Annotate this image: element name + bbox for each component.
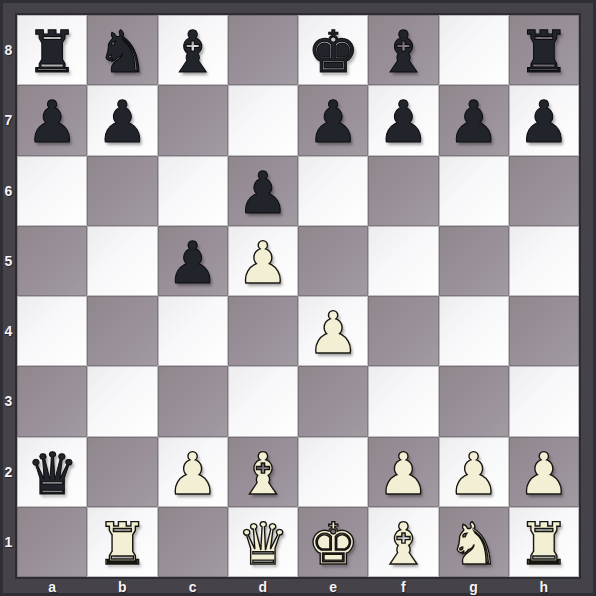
square-d3[interactable] (228, 366, 298, 436)
piece-black-queen[interactable]: ♛ (26, 445, 78, 503)
square-e6[interactable] (298, 156, 368, 226)
piece-white-pawn[interactable]: ♟ (167, 445, 219, 503)
square-e1[interactable]: ♚ (298, 507, 368, 577)
square-c1[interactable] (158, 507, 228, 577)
square-f7[interactable]: ♟ (368, 85, 438, 155)
square-b4[interactable] (87, 296, 157, 366)
square-b5[interactable] (87, 226, 157, 296)
square-e2[interactable] (298, 437, 368, 507)
piece-black-rook[interactable]: ♜ (518, 23, 570, 81)
square-b8[interactable]: ♞ (87, 15, 157, 85)
rank-label-3: 3 (0, 366, 17, 436)
square-d8[interactable] (228, 15, 298, 85)
piece-black-knight[interactable]: ♞ (96, 23, 148, 81)
piece-black-bishop[interactable]: ♝ (377, 23, 429, 81)
square-d5[interactable]: ♟ (228, 226, 298, 296)
square-h4[interactable] (509, 296, 579, 366)
piece-white-queen[interactable]: ♛ (237, 515, 289, 573)
square-g4[interactable] (439, 296, 509, 366)
square-a7[interactable]: ♟ (17, 85, 87, 155)
piece-black-pawn[interactable]: ♟ (448, 93, 500, 151)
square-d4[interactable] (228, 296, 298, 366)
square-g3[interactable] (439, 366, 509, 436)
rank-labels: 87654321 (0, 15, 17, 577)
square-c4[interactable] (158, 296, 228, 366)
square-b3[interactable] (87, 366, 157, 436)
square-h2[interactable]: ♟ (509, 437, 579, 507)
square-a6[interactable] (17, 156, 87, 226)
square-c5[interactable]: ♟ (158, 226, 228, 296)
square-h1[interactable]: ♜ (509, 507, 579, 577)
square-a1[interactable] (17, 507, 87, 577)
square-h6[interactable] (509, 156, 579, 226)
square-f1[interactable]: ♝ (368, 507, 438, 577)
piece-white-pawn[interactable]: ♟ (377, 445, 429, 503)
square-a8[interactable]: ♜ (17, 15, 87, 85)
piece-black-pawn[interactable]: ♟ (96, 93, 148, 151)
piece-black-bishop[interactable]: ♝ (167, 23, 219, 81)
piece-white-pawn[interactable]: ♟ (518, 445, 570, 503)
rank-label-5: 5 (0, 226, 17, 296)
square-g5[interactable] (439, 226, 509, 296)
square-c6[interactable] (158, 156, 228, 226)
square-g7[interactable]: ♟ (439, 85, 509, 155)
square-b1[interactable]: ♜ (87, 507, 157, 577)
file-labels: abcdefgh (17, 577, 579, 596)
square-h5[interactable] (509, 226, 579, 296)
rank-label-8: 8 (0, 15, 17, 85)
file-label-b: b (87, 577, 157, 596)
piece-white-knight[interactable]: ♞ (448, 515, 500, 573)
piece-white-pawn[interactable]: ♟ (448, 445, 500, 503)
square-g8[interactable] (439, 15, 509, 85)
square-h7[interactable]: ♟ (509, 85, 579, 155)
square-d6[interactable]: ♟ (228, 156, 298, 226)
piece-white-pawn[interactable]: ♟ (307, 304, 359, 362)
chess-board: ♜♞♝♚♝♜♟♟♟♟♟♟♟♟♟♟♛♟♝♟♟♟♜♛♚♝♞♜ (17, 15, 579, 577)
piece-white-pawn[interactable]: ♟ (237, 234, 289, 292)
square-f2[interactable]: ♟ (368, 437, 438, 507)
square-h8[interactable]: ♜ (509, 15, 579, 85)
piece-black-pawn[interactable]: ♟ (167, 234, 219, 292)
piece-black-pawn[interactable]: ♟ (377, 93, 429, 151)
square-a5[interactable] (17, 226, 87, 296)
file-label-h: h (509, 577, 579, 596)
square-f6[interactable] (368, 156, 438, 226)
rank-label-2: 2 (0, 437, 17, 507)
piece-black-pawn[interactable]: ♟ (307, 93, 359, 151)
square-c3[interactable] (158, 366, 228, 436)
piece-black-pawn[interactable]: ♟ (26, 93, 78, 151)
square-c8[interactable]: ♝ (158, 15, 228, 85)
square-f5[interactable] (368, 226, 438, 296)
piece-black-rook[interactable]: ♜ (26, 23, 78, 81)
rank-label-7: 7 (0, 85, 17, 155)
piece-white-bishop[interactable]: ♝ (377, 515, 429, 573)
square-f8[interactable]: ♝ (368, 15, 438, 85)
rank-label-1: 1 (0, 507, 17, 577)
square-h3[interactable] (509, 366, 579, 436)
piece-black-king[interactable]: ♚ (307, 23, 359, 81)
piece-white-king[interactable]: ♚ (307, 515, 359, 573)
square-d2[interactable]: ♝ (228, 437, 298, 507)
file-label-g: g (439, 577, 509, 596)
square-g1[interactable]: ♞ (439, 507, 509, 577)
file-label-d: d (228, 577, 298, 596)
square-b2[interactable] (87, 437, 157, 507)
piece-black-pawn[interactable]: ♟ (518, 93, 570, 151)
square-e3[interactable] (298, 366, 368, 436)
square-e5[interactable] (298, 226, 368, 296)
board-frame: 87654321 ♜♞♝♚♝♜♟♟♟♟♟♟♟♟♟♟♛♟♝♟♟♟♜♛♚♝♞♜ ab… (0, 0, 596, 596)
square-f4[interactable] (368, 296, 438, 366)
file-label-f: f (368, 577, 438, 596)
square-b7[interactable]: ♟ (87, 85, 157, 155)
square-g2[interactable]: ♟ (439, 437, 509, 507)
square-g6[interactable] (439, 156, 509, 226)
square-e8[interactable]: ♚ (298, 15, 368, 85)
square-a2[interactable]: ♛ (17, 437, 87, 507)
rank-label-6: 6 (0, 156, 17, 226)
file-label-c: c (158, 577, 228, 596)
square-a3[interactable] (17, 366, 87, 436)
piece-white-bishop[interactable]: ♝ (237, 445, 289, 503)
piece-black-pawn[interactable]: ♟ (237, 164, 289, 222)
piece-white-rook[interactable]: ♜ (96, 515, 148, 573)
square-c2[interactable]: ♟ (158, 437, 228, 507)
piece-white-rook[interactable]: ♜ (518, 515, 570, 573)
square-b6[interactable] (87, 156, 157, 226)
square-e7[interactable]: ♟ (298, 85, 368, 155)
file-label-a: a (17, 577, 87, 596)
file-label-e: e (298, 577, 368, 596)
square-f3[interactable] (368, 366, 438, 436)
square-d1[interactable]: ♛ (228, 507, 298, 577)
square-a4[interactable] (17, 296, 87, 366)
square-d7[interactable] (228, 85, 298, 155)
square-e4[interactable]: ♟ (298, 296, 368, 366)
square-c7[interactable] (158, 85, 228, 155)
rank-label-4: 4 (0, 296, 17, 366)
